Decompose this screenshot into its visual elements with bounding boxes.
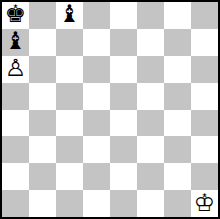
square-e2[interactable] — [110, 163, 137, 190]
square-c4[interactable] — [56, 110, 83, 137]
square-a4[interactable] — [2, 110, 29, 137]
square-d7[interactable] — [83, 29, 110, 56]
square-h1[interactable]: ♔ — [191, 190, 218, 217]
square-b4[interactable] — [29, 110, 56, 137]
square-b2[interactable] — [29, 163, 56, 190]
square-d1[interactable] — [83, 190, 110, 217]
square-d2[interactable] — [83, 163, 110, 190]
piece-black-king: ♚ — [5, 2, 27, 26]
square-b1[interactable] — [29, 190, 56, 217]
square-f2[interactable] — [137, 163, 164, 190]
square-f1[interactable] — [137, 190, 164, 217]
square-c8[interactable]: ♝ — [56, 2, 83, 29]
piece-white-pawn: ♙ — [5, 56, 27, 80]
square-b7[interactable] — [29, 29, 56, 56]
square-e4[interactable] — [110, 110, 137, 137]
square-e3[interactable] — [110, 136, 137, 163]
chess-board: ♚♝♝♙♔ — [0, 0, 220, 219]
square-h2[interactable] — [191, 163, 218, 190]
piece-white-king: ♔ — [194, 191, 216, 215]
square-b5[interactable] — [29, 83, 56, 110]
square-c5[interactable] — [56, 83, 83, 110]
square-g2[interactable] — [164, 163, 191, 190]
square-h4[interactable] — [191, 110, 218, 137]
square-d3[interactable] — [83, 136, 110, 163]
square-b8[interactable] — [29, 2, 56, 29]
square-f6[interactable] — [137, 56, 164, 83]
square-a5[interactable] — [2, 83, 29, 110]
square-h5[interactable] — [191, 83, 218, 110]
square-h3[interactable] — [191, 136, 218, 163]
square-d8[interactable] — [83, 2, 110, 29]
square-a3[interactable] — [2, 136, 29, 163]
square-h8[interactable] — [191, 2, 218, 29]
square-c2[interactable] — [56, 163, 83, 190]
square-f4[interactable] — [137, 110, 164, 137]
square-b6[interactable] — [29, 56, 56, 83]
square-e1[interactable] — [110, 190, 137, 217]
square-d5[interactable] — [83, 83, 110, 110]
square-f5[interactable] — [137, 83, 164, 110]
piece-black-bishop: ♝ — [5, 29, 27, 53]
square-a8[interactable]: ♚ — [2, 2, 29, 29]
board-grid: ♚♝♝♙♔ — [2, 2, 218, 217]
square-c6[interactable] — [56, 56, 83, 83]
square-a1[interactable] — [2, 190, 29, 217]
square-b3[interactable] — [29, 136, 56, 163]
square-g6[interactable] — [164, 56, 191, 83]
square-d4[interactable] — [83, 110, 110, 137]
square-g1[interactable] — [164, 190, 191, 217]
square-g4[interactable] — [164, 110, 191, 137]
square-c1[interactable] — [56, 190, 83, 217]
square-e7[interactable] — [110, 29, 137, 56]
square-e5[interactable] — [110, 83, 137, 110]
square-e8[interactable] — [110, 2, 137, 29]
piece-black-bishop: ♝ — [59, 2, 81, 26]
square-a6[interactable]: ♙ — [2, 56, 29, 83]
square-d6[interactable] — [83, 56, 110, 83]
square-c3[interactable] — [56, 136, 83, 163]
square-h6[interactable] — [191, 56, 218, 83]
square-g5[interactable] — [164, 83, 191, 110]
square-h7[interactable] — [191, 29, 218, 56]
square-g7[interactable] — [164, 29, 191, 56]
square-a2[interactable] — [2, 163, 29, 190]
square-g8[interactable] — [164, 2, 191, 29]
square-e6[interactable] — [110, 56, 137, 83]
square-f8[interactable] — [137, 2, 164, 29]
square-f3[interactable] — [137, 136, 164, 163]
square-g3[interactable] — [164, 136, 191, 163]
square-a7[interactable]: ♝ — [2, 29, 29, 56]
square-c7[interactable] — [56, 29, 83, 56]
square-f7[interactable] — [137, 29, 164, 56]
